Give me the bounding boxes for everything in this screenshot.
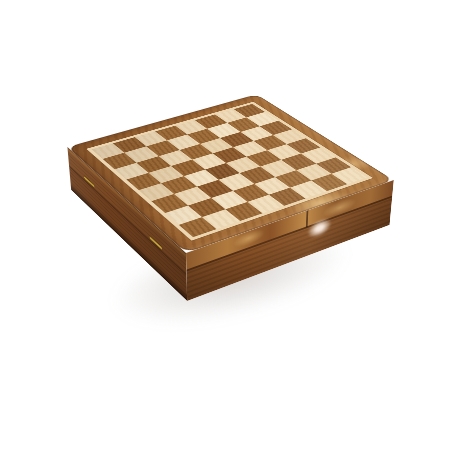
photo-background	[0, 0, 452, 452]
